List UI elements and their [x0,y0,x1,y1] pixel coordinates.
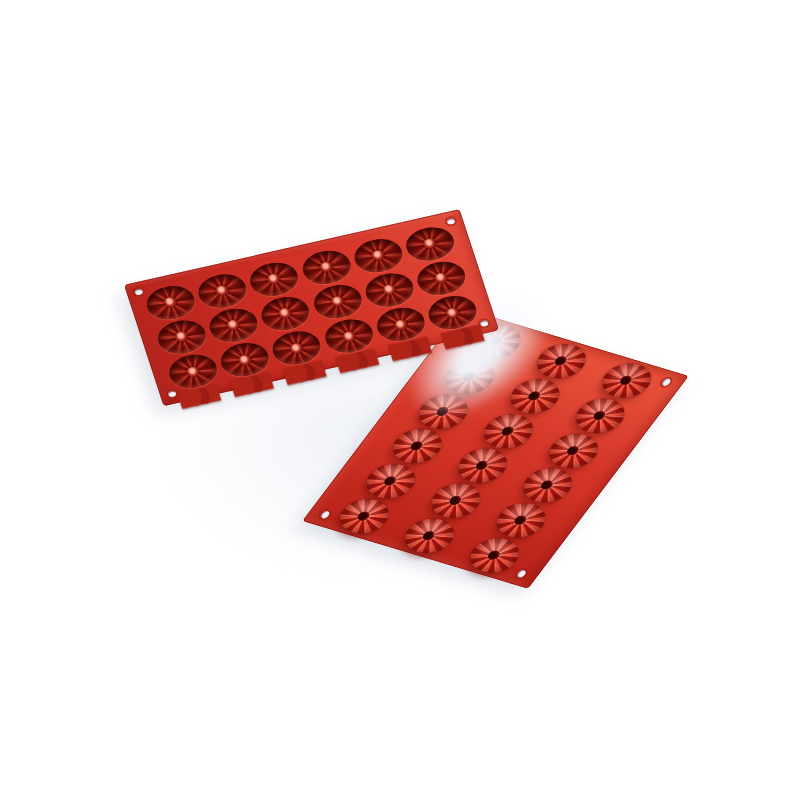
mold-cavity [413,257,470,299]
mold-bump [449,444,515,489]
mold-bump [488,498,554,543]
cavity-center-cone [318,261,334,273]
cavity-center-cone [226,319,242,331]
bump-center-hole [408,440,424,452]
bump-center-hole [553,355,569,367]
bump-center-hole [473,460,489,472]
cavity-center-cone [174,331,190,343]
bump-center-hole [512,514,528,526]
cavity-center-cone [393,318,409,330]
mold-cavity [194,270,251,312]
bump-center-hole [355,510,371,522]
cavity-center-cone [382,284,398,296]
bump-center-hole [486,549,502,561]
mold-cavity [246,258,303,300]
cavity-center-cone [330,296,346,308]
mold-bump [358,459,424,504]
mold-cavity [309,281,366,323]
mold-bump [541,428,607,473]
cavity-center-cone [185,365,201,377]
cavity-center-cone [266,273,282,285]
bump-center-hole [382,475,398,487]
bump-center-hole [618,375,634,387]
hanging-hole [479,320,489,327]
mold-bump [423,479,489,524]
mold-cavity [257,292,314,334]
mold-cavity [361,269,418,311]
mold-cavity [205,304,262,346]
cavity-center-cone [237,354,253,366]
cavity-center-cone [370,249,386,261]
mold-bump [567,393,633,438]
mold-cavity [298,246,355,288]
mold-bump [331,494,397,539]
bump-center-hole [526,390,542,402]
bump-center-hole [539,479,555,491]
cavity-center-cone [341,330,357,342]
cavity-center-cone [445,307,461,319]
mold-bump [476,409,542,454]
mold-bump [514,463,580,508]
mold-bump [396,514,462,559]
bump-center-hole [447,495,463,507]
mold-cavity [402,223,459,265]
cavity-center-cone [214,284,230,296]
cavity-center-cone [162,296,178,308]
mold-bump [594,358,660,403]
cavity-center-cone [289,342,305,354]
cavity-center-cone [422,237,438,249]
bump-center-hole [421,530,437,542]
hanging-hole [446,218,456,225]
mold-cavity [153,316,210,358]
cavity-center-cone [278,307,294,319]
mold-cavity [142,281,199,323]
bump-center-hole [500,425,516,437]
cavity-center-cone [434,272,450,284]
photo-background [0,0,800,800]
bump-center-hole [591,410,607,422]
bump-center-hole [565,444,581,456]
mold-cavity [350,234,407,276]
